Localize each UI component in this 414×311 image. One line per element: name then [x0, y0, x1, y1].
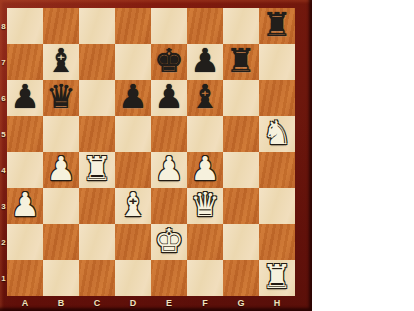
square-g1[interactable] [223, 260, 259, 296]
file-label-g: G [223, 296, 259, 311]
file-label-d: D [115, 296, 151, 311]
square-f3[interactable]: ♛ [187, 188, 223, 224]
square-a5[interactable] [7, 116, 43, 152]
square-d6[interactable]: ♟ [115, 80, 151, 116]
square-a6[interactable]: ♟ [7, 80, 43, 116]
rank-label-4: 4 [0, 152, 7, 188]
square-h1[interactable]: ♜ [259, 260, 295, 296]
file-label-c: C [79, 296, 115, 311]
square-a4[interactable] [7, 152, 43, 188]
piece-black-pawn: ♟ [154, 79, 184, 115]
square-b4[interactable]: ♟ [43, 152, 79, 188]
file-label-e: E [151, 296, 187, 311]
square-c1[interactable] [79, 260, 115, 296]
square-f4[interactable]: ♟ [187, 152, 223, 188]
square-c3[interactable] [79, 188, 115, 224]
square-h6[interactable] [259, 80, 295, 116]
square-e3[interactable] [151, 188, 187, 224]
square-g3[interactable] [223, 188, 259, 224]
square-e1[interactable] [151, 260, 187, 296]
piece-black-bishop: ♝ [190, 79, 220, 115]
page: 87654321 ♜♝♚♟♜♟♛♟♟♝♞♟♜♟♟♟♝♛♚♜ ABCDEFGH [0, 0, 414, 311]
piece-white-pawn: ♟ [46, 151, 76, 187]
square-e6[interactable]: ♟ [151, 80, 187, 116]
square-h3[interactable] [259, 188, 295, 224]
rank-label-1: 1 [0, 260, 7, 296]
square-d1[interactable] [115, 260, 151, 296]
piece-white-pawn: ♟ [190, 151, 220, 187]
square-d5[interactable] [115, 116, 151, 152]
square-e2[interactable]: ♚ [151, 224, 187, 260]
square-c6[interactable] [79, 80, 115, 116]
piece-white-knight: ♞ [262, 115, 292, 151]
file-labels: ABCDEFGH [7, 296, 295, 311]
piece-black-pawn: ♟ [118, 79, 148, 115]
rank-label-2: 2 [0, 224, 7, 260]
square-c4[interactable]: ♜ [79, 152, 115, 188]
file-label-b: B [43, 296, 79, 311]
square-f5[interactable] [187, 116, 223, 152]
piece-white-pawn: ♟ [10, 187, 40, 223]
square-e7[interactable]: ♚ [151, 44, 187, 80]
square-g4[interactable] [223, 152, 259, 188]
square-c5[interactable] [79, 116, 115, 152]
square-f7[interactable]: ♟ [187, 44, 223, 80]
rank-label-8: 8 [0, 8, 7, 44]
square-a1[interactable] [7, 260, 43, 296]
square-c8[interactable] [79, 8, 115, 44]
piece-white-pawn: ♟ [154, 151, 184, 187]
square-d4[interactable] [115, 152, 151, 188]
square-g6[interactable] [223, 80, 259, 116]
file-label-h: H [259, 296, 295, 311]
square-g2[interactable] [223, 224, 259, 260]
file-label-f: F [187, 296, 223, 311]
piece-white-queen: ♛ [190, 187, 220, 223]
square-e5[interactable] [151, 116, 187, 152]
square-g8[interactable] [223, 8, 259, 44]
square-h8[interactable]: ♜ [259, 8, 295, 44]
square-f1[interactable] [187, 260, 223, 296]
square-a2[interactable] [7, 224, 43, 260]
piece-black-bishop: ♝ [46, 43, 76, 79]
square-d2[interactable] [115, 224, 151, 260]
square-g7[interactable]: ♜ [223, 44, 259, 80]
square-e4[interactable]: ♟ [151, 152, 187, 188]
square-d7[interactable] [115, 44, 151, 80]
square-b5[interactable] [43, 116, 79, 152]
square-g5[interactable] [223, 116, 259, 152]
square-d3[interactable]: ♝ [115, 188, 151, 224]
square-h4[interactable] [259, 152, 295, 188]
board: ♜♝♚♟♜♟♛♟♟♝♞♟♜♟♟♟♝♛♚♜ [7, 8, 295, 296]
piece-white-bishop: ♝ [118, 187, 148, 223]
piece-white-king: ♚ [154, 223, 184, 259]
rank-labels: 87654321 [0, 8, 7, 296]
piece-black-rook: ♜ [262, 7, 292, 43]
piece-white-rook: ♜ [262, 259, 292, 295]
piece-white-rook: ♜ [82, 151, 112, 187]
square-h5[interactable]: ♞ [259, 116, 295, 152]
piece-black-rook: ♜ [226, 43, 256, 79]
square-b7[interactable]: ♝ [43, 44, 79, 80]
square-e8[interactable] [151, 8, 187, 44]
square-b6[interactable]: ♛ [43, 80, 79, 116]
board-frame: 87654321 ♜♝♚♟♜♟♛♟♟♝♞♟♜♟♟♟♝♛♚♜ ABCDEFGH [0, 0, 312, 311]
square-a3[interactable]: ♟ [7, 188, 43, 224]
square-b3[interactable] [43, 188, 79, 224]
rank-label-3: 3 [0, 188, 7, 224]
square-b2[interactable] [43, 224, 79, 260]
piece-black-pawn: ♟ [10, 79, 40, 115]
square-h2[interactable] [259, 224, 295, 260]
square-f2[interactable] [187, 224, 223, 260]
rank-label-7: 7 [0, 44, 7, 80]
square-f8[interactable] [187, 8, 223, 44]
piece-black-king: ♚ [154, 43, 184, 79]
piece-black-pawn: ♟ [190, 43, 220, 79]
square-c2[interactable] [79, 224, 115, 260]
square-d8[interactable] [115, 8, 151, 44]
square-c7[interactable] [79, 44, 115, 80]
square-h7[interactable] [259, 44, 295, 80]
rank-label-6: 6 [0, 80, 7, 116]
piece-black-queen: ♛ [46, 79, 76, 115]
square-b1[interactable] [43, 260, 79, 296]
square-b8[interactable] [43, 8, 79, 44]
square-a7[interactable] [7, 44, 43, 80]
square-a8[interactable] [7, 8, 43, 44]
file-label-a: A [7, 296, 43, 311]
rank-label-5: 5 [0, 116, 7, 152]
square-f6[interactable]: ♝ [187, 80, 223, 116]
